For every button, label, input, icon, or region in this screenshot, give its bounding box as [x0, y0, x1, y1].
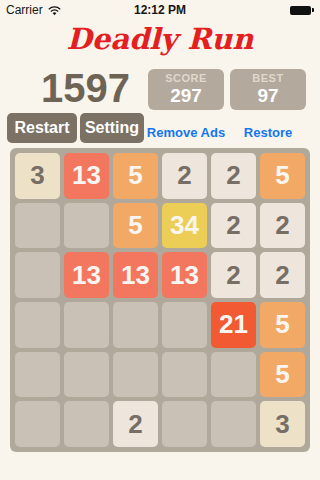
board-cell-empty — [113, 302, 158, 348]
tile-2: 2 — [260, 252, 305, 298]
tile-2: 2 — [260, 203, 305, 249]
score-box: SCORE 297 — [148, 69, 224, 110]
tile-21: 21 — [211, 302, 256, 348]
best-value: 97 — [257, 85, 278, 107]
board-cell-empty — [15, 252, 60, 298]
board-cell-empty — [64, 203, 109, 249]
tile-5: 5 — [260, 352, 305, 398]
tile-5: 5 — [113, 153, 158, 199]
tile-2: 2 — [211, 252, 256, 298]
tile-3: 3 — [15, 153, 60, 199]
score-label: SCORE — [165, 72, 207, 84]
tile-3: 3 — [260, 401, 305, 447]
battery-icon — [290, 6, 314, 15]
total-score-value: 1597 — [28, 66, 143, 110]
board-cell-empty — [15, 203, 60, 249]
tile-2: 2 — [211, 153, 256, 199]
tile-2: 2 — [211, 203, 256, 249]
board-cell-empty — [211, 401, 256, 447]
score-value: 297 — [170, 85, 202, 107]
tile-5: 5 — [113, 203, 158, 249]
board-cell-empty — [15, 352, 60, 398]
board-cell-empty — [15, 302, 60, 348]
board-cell-empty — [64, 352, 109, 398]
tile-5: 5 — [260, 302, 305, 348]
restart-button[interactable]: Restart — [7, 113, 77, 143]
page-title: Deadly Run — [0, 20, 320, 58]
restore-link[interactable]: Restore — [228, 124, 308, 142]
game-board[interactable]: 31352255342213131322215523 — [10, 148, 310, 452]
best-label: BEST — [252, 72, 283, 84]
board-cell-empty — [162, 401, 207, 447]
clock-label: 12:12 PM — [0, 3, 320, 17]
board-cell-empty — [162, 302, 207, 348]
board-cell-empty — [211, 352, 256, 398]
board-cell-empty — [113, 352, 158, 398]
tile-2: 2 — [162, 153, 207, 199]
tile-5: 5 — [260, 153, 305, 199]
tile-13: 13 — [113, 252, 158, 298]
tile-2: 2 — [113, 401, 158, 447]
tile-13: 13 — [162, 252, 207, 298]
board-cell-empty — [162, 352, 207, 398]
best-box: BEST 97 — [230, 69, 306, 110]
setting-button[interactable]: Setting — [80, 113, 144, 143]
board-cell-empty — [64, 401, 109, 447]
tile-13: 13 — [64, 153, 109, 199]
status-bar: 12:12 PM Carrier — [0, 0, 320, 20]
board-cell-empty — [15, 401, 60, 447]
tile-13: 13 — [64, 252, 109, 298]
board-cell-empty — [64, 302, 109, 348]
remove-ads-link[interactable]: Remove Ads — [144, 124, 228, 142]
tile-34: 34 — [162, 203, 207, 249]
